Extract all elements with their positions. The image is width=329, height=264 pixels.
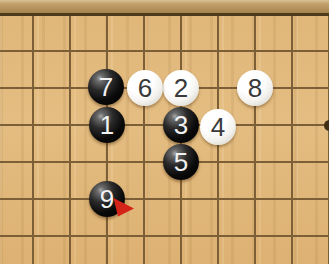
stone-black-9: 9 bbox=[89, 181, 125, 217]
go-board[interactable]: 123456789 bbox=[0, 0, 329, 264]
stone-white-2: 2 bbox=[163, 70, 199, 106]
grid-vline bbox=[143, 16, 145, 264]
stone-black-7: 7 bbox=[88, 69, 124, 105]
stone-black-3: 3 bbox=[163, 107, 199, 143]
board-edge-line bbox=[0, 13, 329, 16]
stone-white-6: 6 bbox=[127, 70, 163, 106]
grid-vline bbox=[32, 16, 34, 264]
board-top-edge bbox=[0, 0, 329, 13]
grid-hline bbox=[0, 50, 329, 52]
grid-hline bbox=[0, 235, 329, 237]
grid-vline bbox=[69, 16, 71, 264]
stone-black-1: 1 bbox=[89, 107, 125, 143]
stone-white-8: 8 bbox=[237, 70, 273, 106]
grid-hline bbox=[0, 198, 329, 200]
grid-vline bbox=[291, 16, 293, 264]
star-point bbox=[324, 120, 329, 131]
grid-vline bbox=[254, 16, 256, 264]
stone-white-4: 4 bbox=[200, 109, 236, 145]
stone-black-5: 5 bbox=[163, 144, 199, 180]
